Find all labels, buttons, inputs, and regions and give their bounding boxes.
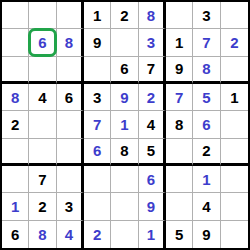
- cell-r4c4[interactable]: 3: [84, 84, 111, 111]
- given-digit: 3: [65, 199, 73, 214]
- given-digit: 4: [202, 199, 210, 214]
- sudoku-board: 1283689317267988463927512714866852761123…: [0, 0, 250, 250]
- cell-r2c5[interactable]: [111, 29, 138, 56]
- cell-r2c2[interactable]: 6: [29, 29, 56, 56]
- entered-digit: 6: [202, 117, 210, 132]
- given-digit: 6: [11, 227, 19, 242]
- cell-r1c5[interactable]: 2: [111, 2, 138, 29]
- cell-r3c9[interactable]: [221, 57, 248, 84]
- entered-digit: 2: [93, 227, 101, 242]
- cell-r8c9[interactable]: [221, 193, 248, 220]
- entered-digit: 9: [120, 90, 128, 105]
- given-digit: 3: [93, 90, 101, 105]
- cell-r5c4[interactable]: 7: [84, 111, 111, 138]
- cell-r5c6[interactable]: 4: [139, 111, 166, 138]
- cell-r8c2[interactable]: 2: [29, 193, 56, 220]
- cell-r7c1[interactable]: [2, 166, 29, 193]
- cell-r9c9[interactable]: [221, 221, 248, 248]
- cell-r3c4[interactable]: [84, 57, 111, 84]
- given-digit: 2: [38, 199, 46, 214]
- cell-r5c9[interactable]: [221, 111, 248, 138]
- cell-r6c5[interactable]: 8: [111, 139, 138, 166]
- cell-r4c1[interactable]: 8: [2, 84, 29, 111]
- entered-digit: 4: [65, 227, 73, 242]
- cell-r6c1[interactable]: [2, 139, 29, 166]
- given-digit: 8: [175, 117, 183, 132]
- cell-r5c1[interactable]: 2: [2, 111, 29, 138]
- cell-r9c6[interactable]: 1: [139, 221, 166, 248]
- cell-r3c5[interactable]: 6: [111, 57, 138, 84]
- cell-r6c2[interactable]: [29, 139, 56, 166]
- cell-r9c5[interactable]: [111, 221, 138, 248]
- cell-r8c4[interactable]: [84, 193, 111, 220]
- entered-digit: 8: [38, 227, 46, 242]
- given-digit: 2: [11, 117, 19, 132]
- cell-r4c5[interactable]: 9: [111, 84, 138, 111]
- given-digit: 5: [175, 227, 183, 242]
- given-digit: 9: [175, 61, 183, 76]
- cell-r5c7[interactable]: 8: [166, 111, 193, 138]
- entered-digit: 5: [202, 90, 210, 105]
- given-digit: 3: [202, 8, 210, 23]
- entered-digit: 6: [38, 35, 46, 50]
- cell-r5c8[interactable]: 6: [193, 111, 220, 138]
- cell-r9c2[interactable]: 8: [29, 221, 56, 248]
- entered-digit: 7: [93, 117, 101, 132]
- cell-r6c3[interactable]: [57, 139, 84, 166]
- cell-r1c8[interactable]: 3: [193, 2, 220, 29]
- cell-r5c2[interactable]: [29, 111, 56, 138]
- given-digit: 1: [230, 90, 238, 105]
- entered-digit: 6: [147, 172, 155, 187]
- cell-r3c7[interactable]: 9: [166, 57, 193, 84]
- cell-r7c2[interactable]: 7: [29, 166, 56, 193]
- cell-r7c9[interactable]: [221, 166, 248, 193]
- cell-r2c8[interactable]: 7: [193, 29, 220, 56]
- cell-r3c2[interactable]: [29, 57, 56, 84]
- cell-r1c2[interactable]: [29, 2, 56, 29]
- cell-r6c9[interactable]: [221, 139, 248, 166]
- given-digit: 4: [147, 117, 155, 132]
- cell-r6c6[interactable]: 5: [139, 139, 166, 166]
- entered-digit: 3: [147, 35, 155, 50]
- cell-r2c9[interactable]: 2: [221, 29, 248, 56]
- cell-r9c1[interactable]: 6: [2, 221, 29, 248]
- given-digit: 2: [120, 8, 128, 23]
- given-digit: 2: [202, 143, 210, 158]
- cell-r4c7[interactable]: 7: [166, 84, 193, 111]
- entered-digit: 7: [175, 90, 183, 105]
- cell-r8c6[interactable]: 9: [139, 193, 166, 220]
- cell-r7c3[interactable]: [57, 166, 84, 193]
- cell-r9c8[interactable]: 9: [193, 221, 220, 248]
- given-digit: 1: [93, 8, 101, 23]
- entered-digit: 6: [93, 143, 101, 158]
- cell-r2c4[interactable]: 9: [84, 29, 111, 56]
- cell-r8c7[interactable]: [166, 193, 193, 220]
- entered-digit: 2: [147, 90, 155, 105]
- entered-digit: 9: [147, 199, 155, 214]
- cell-r2c7[interactable]: 1: [166, 29, 193, 56]
- cell-r1c9[interactable]: [221, 2, 248, 29]
- cell-r4c9[interactable]: 1: [221, 84, 248, 111]
- cell-r4c6[interactable]: 2: [139, 84, 166, 111]
- cell-r1c3[interactable]: [57, 2, 84, 29]
- given-digit: 7: [147, 61, 155, 76]
- given-digit: 9: [93, 35, 101, 50]
- cell-r3c6[interactable]: 7: [139, 57, 166, 84]
- cell-r1c4[interactable]: 1: [84, 2, 111, 29]
- given-digit: 9: [202, 227, 210, 242]
- cell-r8c1[interactable]: 1: [2, 193, 29, 220]
- cell-r6c4[interactable]: 6: [84, 139, 111, 166]
- given-digit: 5: [147, 143, 155, 158]
- entered-digit: 8: [202, 61, 210, 76]
- entered-digit: 8: [11, 90, 19, 105]
- cell-r1c1[interactable]: [2, 2, 29, 29]
- cell-r7c7[interactable]: [166, 166, 193, 193]
- cell-r3c8[interactable]: 8: [193, 57, 220, 84]
- cell-r7c4[interactable]: [84, 166, 111, 193]
- cell-r5c5[interactable]: 1: [111, 111, 138, 138]
- cell-r4c3[interactable]: 6: [57, 84, 84, 111]
- entered-digit: 2: [230, 35, 238, 50]
- entered-digit: 8: [65, 35, 73, 50]
- entered-digit: 1: [120, 117, 128, 132]
- cell-r8c8[interactable]: 4: [193, 193, 220, 220]
- given-digit: 7: [38, 172, 46, 187]
- cell-r2c1[interactable]: [2, 29, 29, 56]
- cell-r7c5[interactable]: [111, 166, 138, 193]
- given-digit: 6: [65, 90, 73, 105]
- cell-r1c7[interactable]: [166, 2, 193, 29]
- cell-r4c2[interactable]: 4: [29, 84, 56, 111]
- cell-r8c5[interactable]: [111, 193, 138, 220]
- given-digit: 4: [38, 90, 46, 105]
- cell-r9c3[interactable]: 4: [57, 221, 84, 248]
- entered-digit: 1: [147, 227, 155, 242]
- cell-r6c7[interactable]: [166, 139, 193, 166]
- entered-digit: 8: [147, 8, 155, 23]
- cell-r9c7[interactable]: 5: [166, 221, 193, 248]
- cell-r2c6[interactable]: 3: [139, 29, 166, 56]
- given-digit: 8: [120, 143, 128, 158]
- cell-r6c8[interactable]: 2: [193, 139, 220, 166]
- given-digit: 1: [175, 35, 183, 50]
- cell-r9c4[interactable]: 2: [84, 221, 111, 248]
- cell-r4c8[interactable]: 5: [193, 84, 220, 111]
- cell-r7c6[interactable]: 6: [139, 166, 166, 193]
- cell-r3c1[interactable]: [2, 57, 29, 84]
- cell-r8c3[interactable]: 3: [57, 193, 84, 220]
- entered-digit: 1: [11, 199, 19, 214]
- given-digit: 6: [120, 61, 128, 76]
- cell-r5c3[interactable]: [57, 111, 84, 138]
- cell-r7c8[interactable]: 1: [193, 166, 220, 193]
- entered-digit: 7: [202, 35, 210, 50]
- cell-r2c3[interactable]: 8: [57, 29, 84, 56]
- cell-r1c6[interactable]: 8: [139, 2, 166, 29]
- cell-r3c3[interactable]: [57, 57, 84, 84]
- entered-digit: 1: [202, 172, 210, 187]
